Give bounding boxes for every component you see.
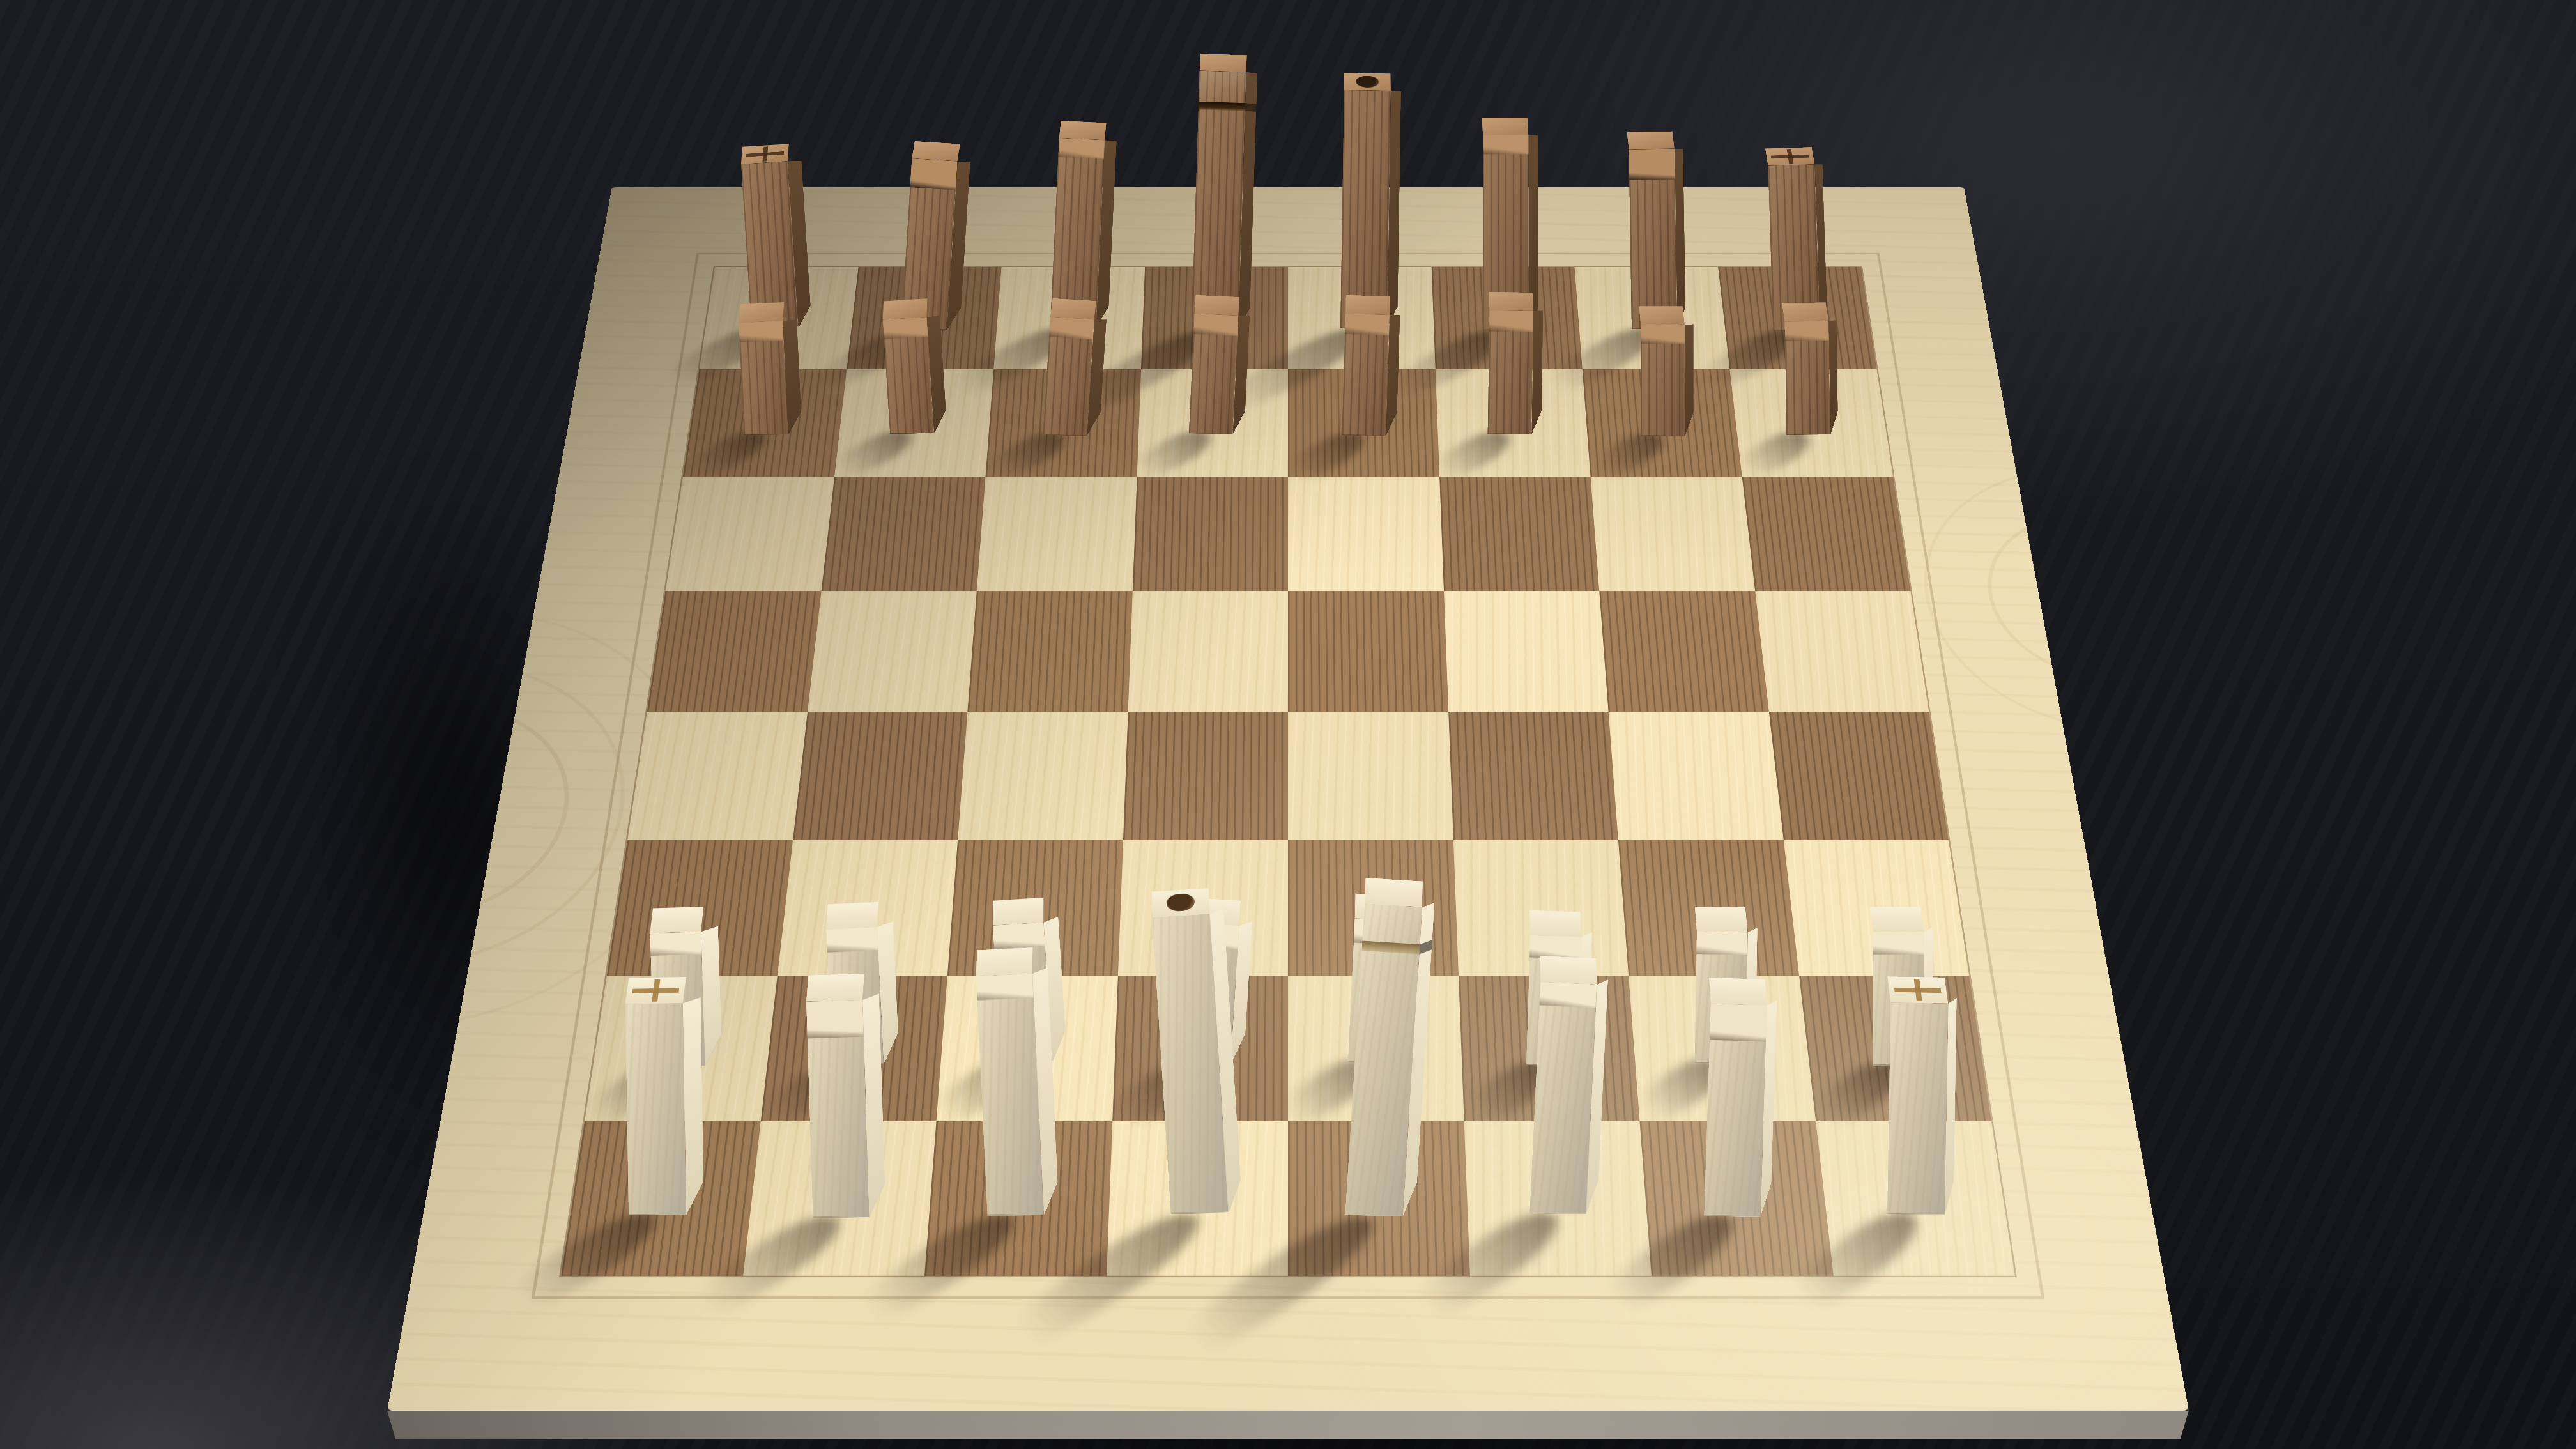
square-e2[interactable] [1288,976,1464,1121]
square-h6[interactable] [1742,477,1910,590]
square-g6[interactable] [1591,477,1755,590]
square-d5[interactable] [1128,591,1288,712]
square-a7[interactable] [683,369,847,477]
square-b3[interactable] [777,839,958,976]
square-f1[interactable] [1464,1121,1652,1276]
square-d3[interactable] [1117,839,1288,976]
square-c4[interactable] [958,712,1128,840]
square-h3[interactable] [1783,839,1969,976]
square-c1[interactable] [924,1121,1112,1276]
square-b4[interactable] [793,712,968,840]
square-b2[interactable] [760,976,947,1121]
square-g7[interactable] [1583,369,1742,477]
square-h2[interactable] [1799,976,1991,1121]
square-c5[interactable] [967,591,1132,712]
square-c7[interactable] [985,369,1140,477]
square-h4[interactable] [1768,712,1948,840]
square-h7[interactable] [1729,369,1893,477]
square-e4[interactable] [1288,712,1453,840]
piece-top-face [1627,132,1675,149]
square-g5[interactable] [1599,591,1768,712]
board-front-edge [387,1411,2189,1439]
square-g1[interactable] [1639,1121,1833,1276]
square-a1[interactable] [561,1121,760,1276]
square-g3[interactable] [1618,839,1799,976]
square-c6[interactable] [977,477,1137,590]
square-d6[interactable] [1132,477,1288,590]
square-a2[interactable] [585,976,777,1121]
piece-top-face [1059,121,1107,140]
square-a5[interactable] [647,591,821,712]
square-b6[interactable] [821,477,985,590]
square-g4[interactable] [1609,712,1784,840]
square-d7[interactable] [1137,369,1288,477]
square-h5[interactable] [1755,591,1929,712]
square-b1[interactable] [743,1121,937,1276]
square-a8[interactable] [700,267,859,369]
square-a6[interactable] [666,477,834,590]
square-e1[interactable] [1288,1121,1469,1276]
piece-top-face [1482,118,1528,135]
square-e6[interactable] [1288,477,1444,590]
square-g2[interactable] [1629,976,1816,1121]
square-a3[interactable] [607,839,793,976]
square-h8[interactable] [1718,267,1877,369]
square-d1[interactable] [1107,1121,1288,1276]
playing-area [561,267,2015,1276]
chess-board [387,187,2189,1411]
piece-top-face [1344,73,1391,91]
square-e5[interactable] [1288,591,1448,712]
square-e7[interactable] [1288,369,1439,477]
square-h1[interactable] [1816,1121,2015,1276]
square-b7[interactable] [834,369,994,477]
square-f7[interactable] [1435,369,1590,477]
square-a4[interactable] [627,712,807,840]
square-f5[interactable] [1444,591,1609,712]
square-c3[interactable] [947,839,1123,976]
square-f6[interactable] [1439,477,1599,590]
square-d2[interactable] [1112,976,1288,1121]
square-d4[interactable] [1123,712,1288,840]
piece-top-face [1199,54,1246,72]
square-b5[interactable] [808,591,977,712]
square-f4[interactable] [1448,712,1618,840]
piece-top-face [1765,147,1815,166]
square-g8[interactable] [1575,267,1730,369]
photo-scene [0,0,2576,1449]
